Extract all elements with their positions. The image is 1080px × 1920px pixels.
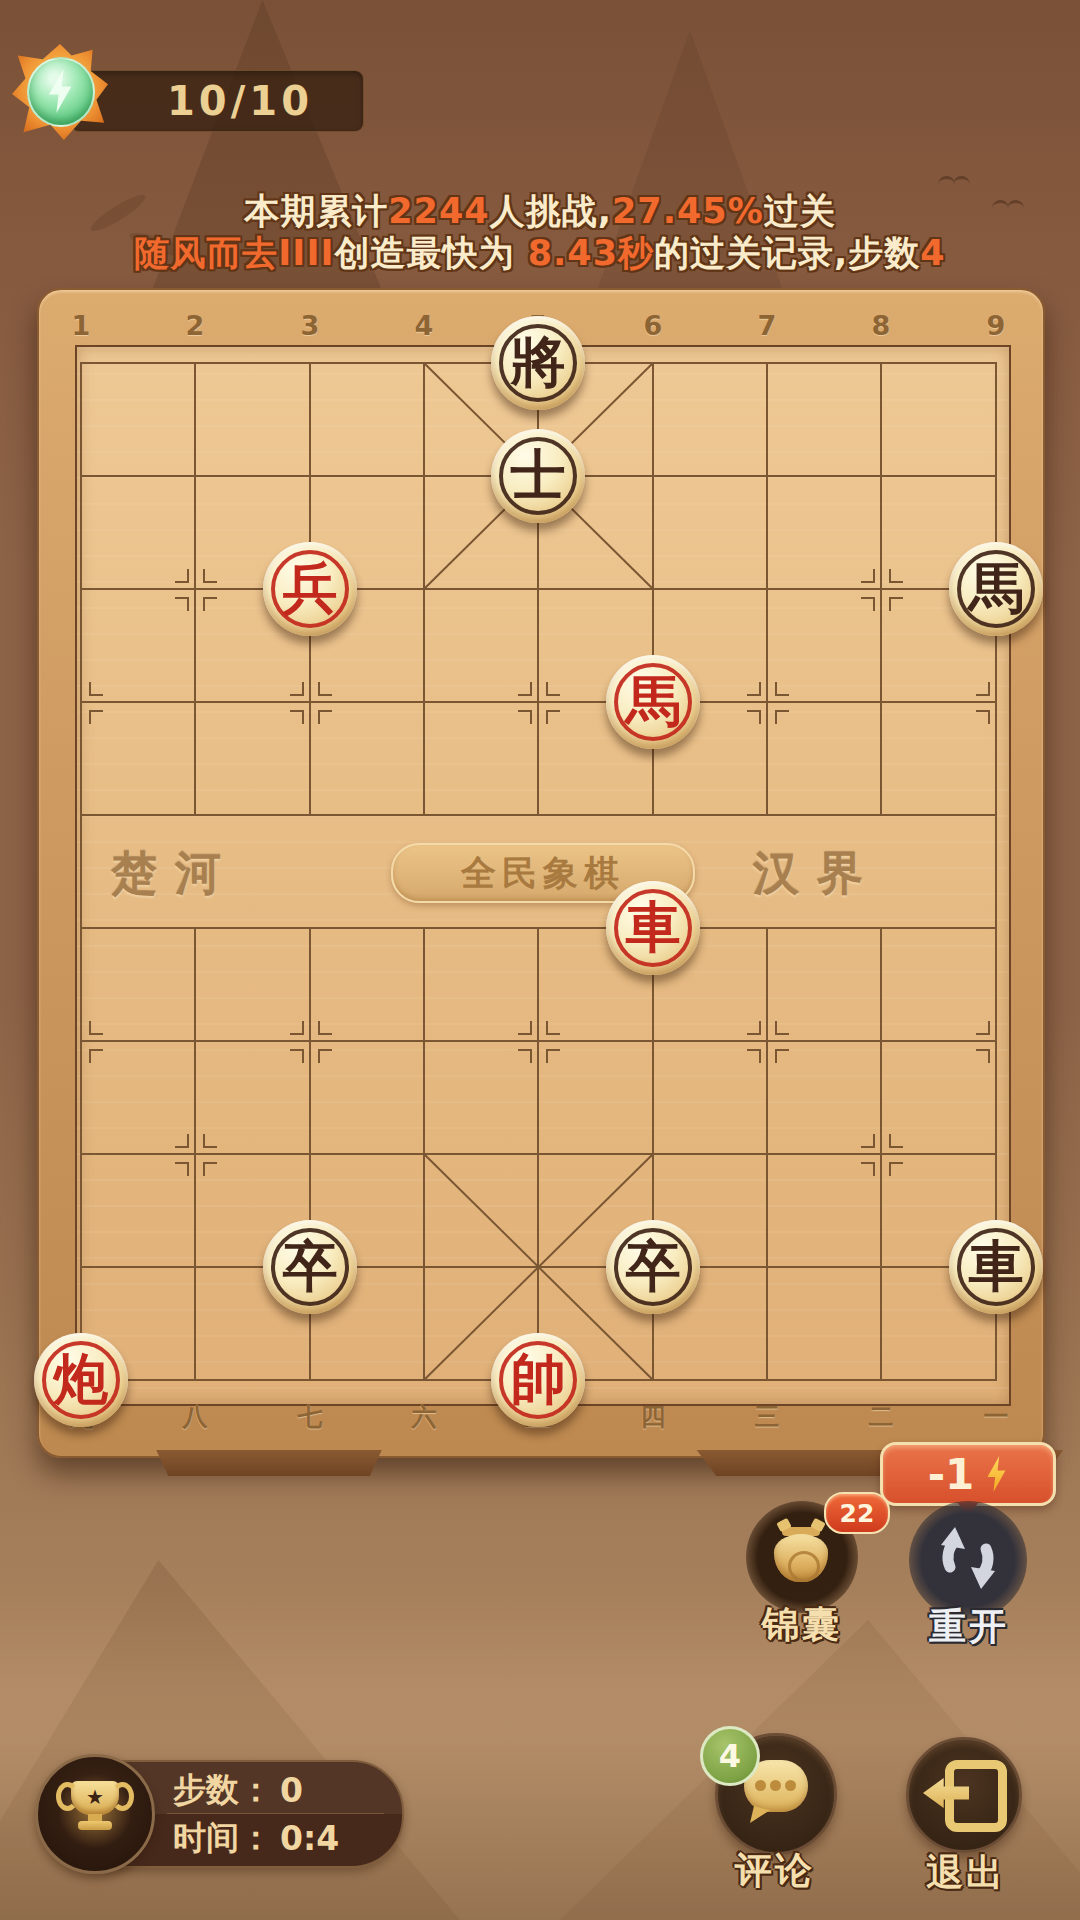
moves-label: 步数： <box>173 1768 272 1813</box>
file-label-top: 4 <box>402 310 446 341</box>
exit-button-label: 退出 <box>886 1848 1046 1898</box>
xiangqi-board[interactable]: 123456789 九八七六五四三二一 楚河 汉界 全民象棋 將士兵馬馬車卒卒車… <box>37 288 1045 1458</box>
piece-red-file1-rank10[interactable]: 炮 <box>34 1333 128 1427</box>
level-progress-badge: 10/10 <box>70 70 364 132</box>
record-holder-line: 随风而去IIII创造最快为 8.43秒的过关记录,步数4 <box>0 230 1080 277</box>
moves-value: 0 <box>280 1771 303 1810</box>
lightning-icon <box>984 1456 1008 1492</box>
tips-count: 22 <box>840 1499 875 1528</box>
piece-red-file6-rank4[interactable]: 馬 <box>606 655 700 749</box>
file-label-bottom: 三 <box>745 1400 789 1433</box>
comments-count: 4 <box>719 1737 741 1775</box>
level-progress-text: 10/10 <box>167 78 313 124</box>
energy-gem-icon <box>12 44 108 140</box>
river-text-left: 楚河 <box>111 845 351 901</box>
piece-black-file3-rank9[interactable]: 卒 <box>263 1220 357 1314</box>
restart-button-label: 重开 <box>889 1602 1049 1652</box>
bag-ring <box>788 1551 820 1582</box>
piece-black-file6-rank9[interactable]: 卒 <box>606 1220 700 1314</box>
piece-black-file9-rank3[interactable]: 馬 <box>949 542 1043 636</box>
challenge-stats-line: 本期累计2244人挑战,27.45%过关 <box>0 188 1080 235</box>
money-bag-icon <box>766 1519 836 1589</box>
piece-black-file9-rank9[interactable]: 車 <box>949 1220 1043 1314</box>
file-label-bottom: 二 <box>859 1400 903 1433</box>
board-foot-left <box>149 1450 389 1476</box>
piece-red-file6-rank6[interactable]: 車 <box>606 881 700 975</box>
piece-black-file5-rank1[interactable]: 將 <box>491 316 585 410</box>
time-label: 时间： <box>173 1816 272 1861</box>
piece-red-file5-rank10[interactable]: 帥 <box>491 1333 585 1427</box>
exit-button[interactable] <box>906 1737 1022 1853</box>
file-label-top: 8 <box>859 310 903 341</box>
file-label-top: 6 <box>631 310 675 341</box>
trophy-circle <box>35 1754 155 1874</box>
trophy-icon <box>38 1757 152 1871</box>
restart-arrows-icon <box>931 1521 1005 1595</box>
tips-count-badge: 22 <box>824 1492 890 1534</box>
tips-button-label: 锦囊 <box>722 1600 882 1650</box>
file-label-top: 7 <box>745 310 789 341</box>
file-label-top: 1 <box>59 310 103 341</box>
file-label-bottom: 八 <box>173 1400 217 1433</box>
river-text-right: 汉界 <box>753 845 993 901</box>
comments-button-label: 评论 <box>695 1846 855 1896</box>
penalty-text: -1 <box>928 1450 975 1499</box>
piece-red-file3-rank3[interactable]: 兵 <box>263 542 357 636</box>
file-label-top: 2 <box>173 310 217 341</box>
comments-count-badge: 4 <box>700 1726 760 1786</box>
file-label-bottom: 一 <box>974 1400 1018 1433</box>
time-value: 0:4 <box>280 1819 339 1858</box>
restart-penalty-badge: -1 <box>880 1442 1056 1506</box>
piece-black-file5-rank2[interactable]: 士 <box>491 429 585 523</box>
file-label-top: 9 <box>974 310 1018 341</box>
file-label-top: 3 <box>288 310 332 341</box>
file-label-bottom: 六 <box>402 1400 446 1433</box>
file-label-bottom: 四 <box>631 1400 675 1433</box>
file-label-bottom: 七 <box>288 1400 332 1433</box>
xiangqi-puzzle-screen: { "game": "Chinese Chess (Xiangqi) endga… <box>0 0 1080 1920</box>
